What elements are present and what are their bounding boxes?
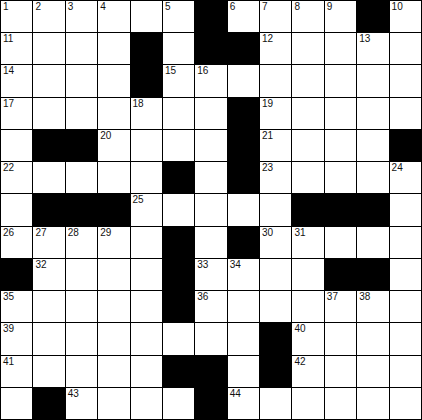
black-square-r2c7	[195, 33, 226, 64]
clue-number-2: 2	[35, 1, 41, 13]
cell-r4c11[interactable]	[325, 98, 356, 129]
clue-number-38: 38	[359, 291, 370, 303]
cell-r8c10[interactable]: 31	[292, 227, 323, 258]
cell-r10c7[interactable]: 36	[195, 291, 226, 322]
cell-r2c11[interactable]	[325, 33, 356, 64]
clue-number-8: 8	[294, 1, 300, 13]
clue-number-31: 31	[294, 227, 305, 239]
cell-r11c13[interactable]	[390, 323, 421, 354]
cell-r13c4[interactable]	[98, 388, 129, 419]
clue-number-15: 15	[165, 65, 176, 77]
cell-r12c2[interactable]	[33, 356, 64, 387]
clue-number-1: 1	[3, 1, 9, 13]
black-square-r5c3	[66, 130, 97, 161]
cell-r10c3[interactable]	[66, 291, 97, 322]
cell-r10c13[interactable]	[390, 291, 421, 322]
cell-r8c3[interactable]: 28	[66, 227, 97, 258]
cell-r4c4[interactable]	[98, 98, 129, 129]
black-square-r7c10	[292, 194, 323, 225]
clue-number-13: 13	[359, 33, 370, 45]
black-square-r12c9	[260, 356, 291, 387]
cell-r7c5[interactable]: 25	[131, 194, 162, 225]
clue-number-26: 26	[3, 227, 14, 239]
black-square-r1c7	[195, 1, 226, 32]
cell-r7c1[interactable]	[1, 194, 32, 225]
cell-r6c1[interactable]: 22	[1, 162, 32, 193]
black-square-r11c9	[260, 323, 291, 354]
black-square-r9c6	[163, 259, 194, 290]
cell-r1c9[interactable]: 7	[260, 1, 291, 32]
cell-r12c12[interactable]	[357, 356, 388, 387]
black-square-r7c2	[33, 194, 64, 225]
black-square-r5c13	[390, 130, 421, 161]
clue-number-37: 37	[327, 291, 338, 303]
clue-number-40: 40	[294, 323, 305, 335]
cell-r7c7[interactable]	[195, 194, 226, 225]
cell-r1c1[interactable]: 1	[1, 1, 32, 32]
clue-number-4: 4	[100, 1, 106, 13]
cell-r9c4[interactable]	[98, 259, 129, 290]
cell-r4c2[interactable]	[33, 98, 64, 129]
cell-r3c8[interactable]	[228, 65, 259, 96]
clue-number-24: 24	[392, 162, 403, 174]
cell-r9c5[interactable]	[131, 259, 162, 290]
black-square-r5c2	[33, 130, 64, 161]
clue-number-9: 9	[327, 1, 333, 13]
cell-r8c13[interactable]	[390, 227, 421, 258]
cell-r12c11[interactable]	[325, 356, 356, 387]
cell-r12c10[interactable]: 42	[292, 356, 323, 387]
cell-r7c6[interactable]	[163, 194, 194, 225]
cell-r2c9[interactable]: 12	[260, 33, 291, 64]
black-square-r6c6	[163, 162, 194, 193]
cell-r10c10[interactable]	[292, 291, 323, 322]
clue-number-21: 21	[262, 130, 273, 142]
cell-r4c3[interactable]	[66, 98, 97, 129]
black-square-r7c11	[325, 194, 356, 225]
cell-r4c6[interactable]	[163, 98, 194, 129]
cell-r10c5[interactable]	[131, 291, 162, 322]
clue-number-5: 5	[165, 1, 171, 13]
black-square-r13c2	[33, 388, 64, 419]
cell-r13c5[interactable]	[131, 388, 162, 419]
cell-r5c11[interactable]	[325, 130, 356, 161]
clue-number-17: 17	[3, 98, 14, 110]
clue-number-34: 34	[230, 259, 241, 271]
cell-r9c3[interactable]	[66, 259, 97, 290]
cell-r2c13[interactable]	[390, 33, 421, 64]
black-square-r7c12	[357, 194, 388, 225]
cell-r3c1[interactable]: 14	[1, 65, 32, 96]
clue-number-23: 23	[262, 162, 273, 174]
cell-r11c11[interactable]	[325, 323, 356, 354]
black-square-r7c3	[66, 194, 97, 225]
cell-r8c2[interactable]: 27	[33, 227, 64, 258]
black-square-r8c6	[163, 227, 194, 258]
cell-r6c4[interactable]	[98, 162, 129, 193]
cell-r5c7[interactable]	[195, 130, 226, 161]
cell-r10c8[interactable]	[228, 291, 259, 322]
black-square-r3c5	[131, 65, 162, 96]
clue-number-16: 16	[197, 65, 208, 77]
cell-r5c1[interactable]	[1, 130, 32, 161]
cell-r11c4[interactable]	[98, 323, 129, 354]
cell-r3c7[interactable]: 16	[195, 65, 226, 96]
cell-r5c4[interactable]: 20	[98, 130, 129, 161]
cell-r10c12[interactable]: 38	[357, 291, 388, 322]
clue-number-18: 18	[133, 98, 144, 110]
cell-r9c13[interactable]	[390, 259, 421, 290]
cell-r1c3[interactable]: 3	[66, 1, 97, 32]
cell-r3c10[interactable]	[292, 65, 323, 96]
clue-number-19: 19	[262, 98, 273, 110]
cell-r11c10[interactable]: 40	[292, 323, 323, 354]
cell-r11c3[interactable]	[66, 323, 97, 354]
cell-r11c12[interactable]	[357, 323, 388, 354]
cell-r8c4[interactable]: 29	[98, 227, 129, 258]
clue-number-11: 11	[3, 33, 13, 45]
clue-number-25: 25	[133, 194, 144, 206]
cell-r8c1[interactable]: 26	[1, 227, 32, 258]
cell-r6c12[interactable]	[357, 162, 388, 193]
clue-number-36: 36	[197, 291, 208, 303]
cell-r10c4[interactable]	[98, 291, 129, 322]
cell-r5c6[interactable]	[163, 130, 194, 161]
clue-number-29: 29	[100, 227, 111, 239]
cell-r2c4[interactable]	[98, 33, 129, 64]
cell-r9c8[interactable]: 34	[228, 259, 259, 290]
cell-r13c13[interactable]	[390, 388, 421, 419]
cell-r5c9[interactable]: 21	[260, 130, 291, 161]
cell-r8c5[interactable]	[131, 227, 162, 258]
black-square-r2c5	[131, 33, 162, 64]
black-square-r6c8	[228, 162, 259, 193]
clue-number-42: 42	[294, 356, 305, 368]
cell-r4c12[interactable]	[357, 98, 388, 129]
cell-r12c13[interactable]	[390, 356, 421, 387]
cell-r11c7[interactable]	[195, 323, 226, 354]
cell-r2c2[interactable]	[33, 33, 64, 64]
black-square-r9c1	[1, 259, 32, 290]
clue-number-12: 12	[262, 33, 273, 45]
cell-r6c3[interactable]	[66, 162, 97, 193]
black-square-r9c11	[325, 259, 356, 290]
cell-r3c13[interactable]	[390, 65, 421, 96]
cell-r7c13[interactable]	[390, 194, 421, 225]
cell-r2c12[interactable]: 13	[357, 33, 388, 64]
crossword-board: 1234567891011121314151617181920212223242…	[0, 0, 422, 420]
cell-r13c3[interactable]: 43	[66, 388, 97, 419]
cell-r12c3[interactable]	[66, 356, 97, 387]
cell-r10c11[interactable]: 37	[325, 291, 356, 322]
cell-r3c12[interactable]	[357, 65, 388, 96]
cell-r4c5[interactable]: 18	[131, 98, 162, 129]
clue-number-30: 30	[262, 227, 273, 239]
clue-number-28: 28	[68, 227, 79, 239]
cell-r12c8[interactable]	[228, 356, 259, 387]
black-square-r4c8	[228, 98, 259, 129]
clue-number-20: 20	[100, 130, 111, 142]
cell-r11c5[interactable]	[131, 323, 162, 354]
clue-number-43: 43	[68, 388, 79, 400]
cell-r2c6[interactable]	[163, 33, 194, 64]
cell-r6c13[interactable]: 24	[390, 162, 421, 193]
cell-r9c2[interactable]: 32	[33, 259, 64, 290]
cell-r12c5[interactable]	[131, 356, 162, 387]
cell-r11c8[interactable]	[228, 323, 259, 354]
black-square-r13c7	[195, 388, 226, 419]
cell-r10c9[interactable]	[260, 291, 291, 322]
clue-number-44: 44	[230, 388, 241, 400]
clue-number-22: 22	[3, 162, 14, 174]
cell-r13c9[interactable]	[260, 388, 291, 419]
black-square-r8c8	[228, 227, 259, 258]
cell-r3c2[interactable]	[33, 65, 64, 96]
cell-r1c10[interactable]: 8	[292, 1, 323, 32]
cell-r7c9[interactable]	[260, 194, 291, 225]
clue-number-14: 14	[3, 65, 14, 77]
cell-r12c1[interactable]: 41	[1, 356, 32, 387]
cell-r9c7[interactable]: 33	[195, 259, 226, 290]
clue-number-7: 7	[262, 1, 268, 13]
cell-r4c9[interactable]: 19	[260, 98, 291, 129]
cell-r8c11[interactable]	[325, 227, 356, 258]
cell-r5c5[interactable]	[131, 130, 162, 161]
cell-r1c2[interactable]: 2	[33, 1, 64, 32]
cell-r11c2[interactable]	[33, 323, 64, 354]
cell-r13c6[interactable]	[163, 388, 194, 419]
cell-r13c1[interactable]	[1, 388, 32, 419]
cell-r4c13[interactable]	[390, 98, 421, 129]
cell-r9c9[interactable]	[260, 259, 291, 290]
cell-r4c7[interactable]	[195, 98, 226, 129]
clue-number-27: 27	[35, 227, 46, 239]
cell-r10c2[interactable]	[33, 291, 64, 322]
cell-r11c1[interactable]: 39	[1, 323, 32, 354]
cell-r6c7[interactable]	[195, 162, 226, 193]
cell-r6c2[interactable]	[33, 162, 64, 193]
cell-r7c8[interactable]	[228, 194, 259, 225]
cell-r2c10[interactable]	[292, 33, 323, 64]
cell-r6c9[interactable]: 23	[260, 162, 291, 193]
cell-r9c10[interactable]	[292, 259, 323, 290]
cell-r3c9[interactable]	[260, 65, 291, 96]
clue-number-3: 3	[68, 1, 74, 13]
cell-r1c11[interactable]: 9	[325, 1, 356, 32]
cell-r1c8[interactable]: 6	[228, 1, 259, 32]
cell-r2c1[interactable]: 11	[1, 33, 32, 64]
black-square-r12c6	[163, 356, 194, 387]
cell-r13c10[interactable]	[292, 388, 323, 419]
cell-r8c12[interactable]	[357, 227, 388, 258]
cell-r3c3[interactable]	[66, 65, 97, 96]
clue-number-39: 39	[3, 323, 14, 335]
cell-r13c11[interactable]	[325, 388, 356, 419]
cell-r4c10[interactable]	[292, 98, 323, 129]
black-square-r2c8	[228, 33, 259, 64]
cell-r8c9[interactable]: 30	[260, 227, 291, 258]
clue-number-32: 32	[35, 259, 46, 271]
cell-r12c4[interactable]	[98, 356, 129, 387]
black-square-r10c6	[163, 291, 194, 322]
black-square-r7c4	[98, 194, 129, 225]
cell-r5c12[interactable]	[357, 130, 388, 161]
cell-r8c7[interactable]	[195, 227, 226, 258]
cell-r6c5[interactable]	[131, 162, 162, 193]
cell-r3c6[interactable]: 15	[163, 65, 194, 96]
clue-number-35: 35	[3, 291, 14, 303]
cell-r2c3[interactable]	[66, 33, 97, 64]
cell-r11c6[interactable]	[163, 323, 194, 354]
black-square-r5c8	[228, 130, 259, 161]
cell-r1c5[interactable]	[131, 1, 162, 32]
black-square-r9c12	[357, 259, 388, 290]
clue-number-41: 41	[3, 356, 14, 368]
cell-r3c4[interactable]	[98, 65, 129, 96]
cell-r6c10[interactable]	[292, 162, 323, 193]
cell-r1c6[interactable]: 5	[163, 1, 194, 32]
cell-r6c11[interactable]	[325, 162, 356, 193]
cell-r13c12[interactable]	[357, 388, 388, 419]
black-square-r1c12	[357, 1, 388, 32]
cell-r1c4[interactable]: 4	[98, 1, 129, 32]
clue-number-6: 6	[230, 1, 236, 13]
black-square-r12c7	[195, 356, 226, 387]
cell-r1c13[interactable]: 10	[390, 1, 421, 32]
cell-r13c8[interactable]: 44	[228, 388, 259, 419]
clue-number-10: 10	[392, 1, 403, 13]
cell-r5c10[interactable]	[292, 130, 323, 161]
cell-r4c1[interactable]: 17	[1, 98, 32, 129]
cell-r3c11[interactable]	[325, 65, 356, 96]
clue-number-33: 33	[197, 259, 208, 271]
cell-r10c1[interactable]: 35	[1, 291, 32, 322]
